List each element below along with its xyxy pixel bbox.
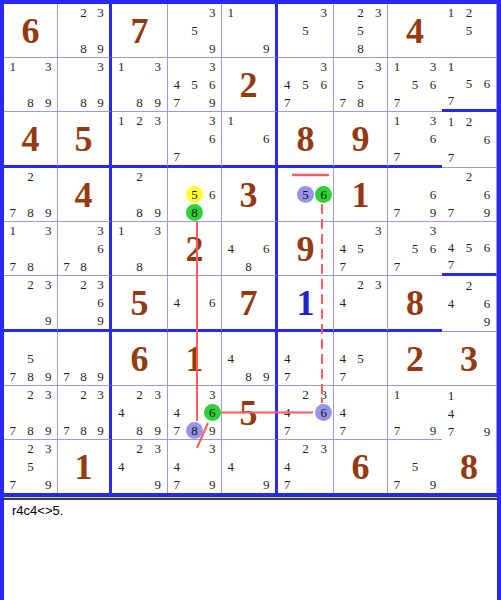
cell-r4c2[interactable]: 4 — [58, 168, 112, 222]
candidate-2-r4c3: 2 — [130, 168, 148, 186]
candidate-3-r8c4: 3 — [203, 386, 221, 404]
empty-slot-r9c8 — [388, 458, 406, 476]
empty-slot-r2c7 — [352, 58, 370, 76]
empty-slot-r5c1 — [22, 240, 40, 258]
cell-r7c5[interactable]: 489 — [222, 332, 278, 386]
cell-r3c1[interactable]: 4 — [4, 112, 58, 168]
candidate-7-r8c6: 7 — [278, 421, 296, 439]
cell-r4c4[interactable]: 568 — [168, 168, 222, 222]
empty-slot-r2c6 — [296, 58, 314, 76]
cell-r8c6[interactable]: 23467 — [278, 386, 334, 440]
cell-r8c9[interactable]: 1479 — [442, 386, 497, 440]
candidate-6-r4c4: 6 — [203, 186, 221, 204]
candidate-8-r8c2: 8 — [75, 421, 92, 439]
cell-r3c8[interactable]: 1367 — [388, 112, 442, 168]
cell-r5c7[interactable]: 3457 — [334, 222, 388, 276]
candidate-4-r7c6: 4 — [278, 350, 296, 368]
empty-slot-r8c7 — [334, 386, 352, 404]
candidate-4-r5c9: 4 — [442, 239, 460, 256]
solved-digit-r6c6: 1 — [297, 285, 315, 321]
cell-r7c8[interactable]: 2 — [388, 332, 442, 386]
cell-r7c6[interactable]: 47 — [278, 332, 334, 386]
cell-r3c9[interactable]: 1267 — [442, 112, 497, 168]
candidate-1-r8c9: 1 — [442, 386, 460, 404]
cell-r5c9[interactable]: 4567 — [442, 222, 497, 276]
cell-r6c4[interactable]: 46 — [168, 276, 222, 332]
empty-slot-r1c2 — [92, 22, 109, 40]
empty-slot-r1c6 — [315, 39, 333, 57]
given-digit-r6c8: 8 — [406, 285, 424, 321]
empty-slot-r4c4 — [168, 203, 186, 221]
candidate-3-r3c8: 3 — [424, 112, 442, 130]
empty-slot-r6c7 — [352, 311, 370, 329]
empty-slot-r5c9 — [478, 222, 496, 239]
cell-r1c3[interactable]: 7 — [112, 4, 168, 58]
empty-slot-r4c6 — [315, 203, 333, 221]
empty-slot-r8c6 — [296, 404, 314, 422]
empty-slot-r6c9 — [460, 313, 478, 331]
cell-r8c5[interactable]: 5 — [222, 386, 278, 440]
empty-slot-r1c6 — [278, 4, 296, 22]
candidate-2-r6c1: 2 — [22, 276, 40, 294]
candidate-9-r1c4: 9 — [203, 39, 221, 57]
cell-r8c3[interactable]: 23489 — [112, 386, 168, 440]
candidate-7-r8c7: 7 — [334, 421, 352, 439]
given-digit-r5c4: 2 — [186, 231, 204, 267]
candidate-8-r5c5: 8 — [240, 257, 258, 275]
candidate-7-r8c2: 7 — [58, 421, 75, 439]
empty-slot-r9c3 — [149, 458, 167, 476]
empty-slot-r8c6 — [278, 386, 296, 404]
empty-slot-r3c5 — [240, 112, 258, 130]
empty-slot-r5c5 — [222, 257, 240, 275]
candidate-8-r8c3: 8 — [130, 421, 148, 439]
cell-r1c6[interactable]: 35 — [278, 4, 334, 58]
cell-r9c1[interactable]: 23579 — [4, 440, 58, 493]
candidate-1-r5c3: 1 — [112, 222, 130, 240]
empty-slot-r3c8 — [388, 130, 406, 148]
empty-slot-r7c5 — [222, 332, 240, 350]
empty-slot-r1c9 — [460, 39, 478, 57]
cell-r9c2[interactable]: 1 — [58, 440, 112, 493]
candidate-3-r2c6: 3 — [315, 58, 333, 76]
candidate-7-r9c4: 7 — [168, 475, 186, 493]
candidate-9-r1c5: 9 — [257, 39, 275, 57]
cell-r5c6[interactable]: 9 — [278, 222, 334, 276]
empty-slot-r4c3 — [149, 186, 167, 204]
empty-slot-r9c4 — [186, 458, 204, 476]
cell-r1c7[interactable]: 2358 — [334, 4, 388, 58]
candidate-7-r7c6: 7 — [278, 367, 296, 385]
candidate-8-r7c2: 8 — [75, 367, 92, 385]
empty-slot-r3c9 — [478, 149, 496, 167]
cell-r1c2[interactable]: 2389 — [58, 4, 112, 58]
candidate-2-r4c1: 2 — [22, 168, 40, 186]
empty-slot-r1c6 — [296, 4, 314, 22]
candidate-2-r3c9: 2 — [460, 112, 478, 130]
cell-r9c4[interactable]: 3479 — [168, 440, 222, 493]
candidate-5-r9c8: 5 — [406, 458, 424, 476]
candidate-9-r2c1: 9 — [39, 93, 57, 111]
empty-slot-r3c3 — [112, 147, 130, 165]
cell-r3c6[interactable]: 8 — [278, 112, 334, 168]
cell-r8c4[interactable]: 346789 — [168, 386, 222, 440]
cell-r6c2[interactable]: 2369 — [58, 276, 112, 332]
candidate-6-r3c8: 6 — [424, 130, 442, 148]
cell-r7c3[interactable]: 6 — [112, 332, 168, 386]
cell-r2c1[interactable]: 1389 — [4, 58, 58, 112]
empty-slot-r5c7 — [352, 222, 370, 240]
empty-slot-r8c9 — [460, 422, 478, 440]
cell-r9c7[interactable]: 6 — [334, 440, 388, 493]
given-digit-r8c5: 5 — [240, 395, 258, 431]
candidate-9-r7c5: 9 — [257, 367, 275, 385]
empty-slot-r9c5 — [257, 440, 275, 458]
empty-slot-r1c5 — [222, 22, 240, 40]
cell-r6c5[interactable]: 7 — [222, 276, 278, 332]
cell-r8c1[interactable]: 23789 — [4, 386, 58, 440]
empty-slot-r7c5 — [222, 367, 240, 385]
empty-slot-r7c6 — [315, 332, 333, 350]
candidate-8-r4c1: 8 — [22, 203, 40, 221]
empty-slot-r5c7 — [334, 222, 352, 240]
empty-slot-r8c9 — [460, 404, 478, 422]
candidate-3-r9c6: 3 — [315, 440, 333, 458]
empty-slot-r1c6 — [296, 39, 314, 57]
cell-r1c5[interactable]: 19 — [222, 4, 278, 58]
given-digit-r2c5: 2 — [240, 67, 258, 103]
empty-slot-r2c8 — [424, 93, 442, 111]
empty-slot-r4c6 — [278, 186, 296, 204]
cell-r2c3[interactable]: 1389 — [112, 58, 168, 112]
candidate-8-r2c7: 8 — [352, 93, 370, 111]
cell-r2c6[interactable]: 34567 — [278, 58, 334, 112]
empty-slot-r3c5 — [257, 112, 275, 130]
empty-slot-r3c9 — [460, 149, 478, 167]
candidate-9-r6c1: 9 — [39, 311, 57, 329]
candidate-7-r5c8: 7 — [388, 257, 406, 275]
empty-slot-r8c7 — [352, 404, 370, 422]
empty-slot-r5c5 — [222, 222, 240, 240]
empty-slot-r8c9 — [478, 404, 496, 422]
empty-slot-r5c2 — [58, 222, 75, 240]
cell-r2c5[interactable]: 2 — [222, 58, 278, 112]
cell-r5c1[interactable]: 1378 — [4, 222, 58, 276]
candidate-6-r8c4-green: 6 — [204, 404, 221, 421]
cell-r9c9[interactable]: 8 — [442, 440, 497, 493]
cell-r4c7[interactable]: 1 — [334, 168, 388, 222]
cell-r8c2[interactable]: 23789 — [58, 386, 112, 440]
candidate-6-r2c8: 6 — [424, 76, 442, 94]
empty-slot-r2c8 — [388, 76, 406, 94]
empty-slot-r8c8 — [424, 386, 442, 404]
empty-slot-r2c7 — [369, 76, 387, 94]
cell-r4c6[interactable]: 56 — [278, 168, 334, 222]
cell-r5c2[interactable]: 3678 — [58, 222, 112, 276]
empty-slot-r8c4 — [186, 386, 204, 404]
candidate-9-r9c1: 9 — [39, 475, 57, 493]
given-digit-r3c1: 4 — [22, 121, 40, 157]
empty-slot-r5c9 — [442, 222, 460, 239]
candidate-7-r5c2: 7 — [58, 257, 75, 275]
empty-slot-r1c4 — [203, 22, 221, 40]
candidate-6-r6c9: 6 — [478, 294, 496, 312]
empty-slot-r9c3 — [112, 440, 130, 458]
empty-slot-r1c2 — [75, 22, 92, 40]
empty-slot-r8c2 — [75, 404, 92, 422]
empty-slot-r1c9 — [442, 39, 460, 57]
candidate-9-r4c9: 9 — [478, 203, 496, 221]
cell-r5c3[interactable]: 138 — [112, 222, 168, 276]
candidate-3-r5c1: 3 — [39, 222, 57, 240]
empty-slot-r3c8 — [406, 130, 424, 148]
empty-slot-r4c6 — [296, 203, 314, 221]
empty-slot-r4c6 — [315, 168, 333, 186]
empty-slot-r1c2 — [58, 39, 75, 57]
candidate-9-r7c2: 9 — [92, 367, 109, 385]
empty-slot-r6c7 — [334, 276, 352, 294]
cell-r5c5[interactable]: 468 — [222, 222, 278, 276]
empty-slot-r2c2 — [75, 76, 92, 94]
candidate-4-r5c5: 4 — [222, 240, 240, 258]
empty-slot-r3c4 — [186, 130, 204, 148]
cell-r4c5[interactable]: 3 — [222, 168, 278, 222]
empty-slot-r3c3 — [149, 147, 167, 165]
empty-slot-r7c5 — [257, 332, 275, 350]
empty-slot-r6c2 — [58, 294, 75, 312]
empty-slot-r6c2 — [58, 276, 75, 294]
empty-slot-r7c6 — [296, 350, 314, 368]
cell-r6c9[interactable]: 2469 — [442, 276, 497, 332]
cell-r5c4[interactable]: 2 — [168, 222, 222, 276]
empty-slot-r8c7 — [369, 421, 387, 439]
cell-r6c8[interactable]: 8 — [388, 276, 442, 332]
empty-slot-r4c9 — [442, 168, 460, 186]
empty-slot-r9c5 — [257, 458, 275, 476]
cell-r6c6[interactable]: 1 — [278, 276, 334, 332]
empty-slot-r6c2 — [58, 311, 75, 329]
candidate-5-r5c8: 5 — [406, 240, 424, 258]
candidate-3-r2c2: 3 — [92, 58, 109, 76]
cell-r6c7[interactable]: 234 — [334, 276, 388, 332]
empty-slot-r6c1 — [4, 311, 22, 329]
cell-r9c3[interactable]: 2349 — [112, 440, 168, 493]
candidate-4-r2c4: 4 — [168, 76, 186, 94]
candidate-4-r6c7: 4 — [334, 294, 352, 312]
cell-r8c7[interactable]: 47 — [334, 386, 388, 440]
empty-slot-r4c9 — [478, 168, 496, 186]
candidate-9-r8c1: 9 — [39, 421, 57, 439]
empty-slot-r9c4 — [168, 440, 186, 458]
empty-slot-r3c8 — [424, 147, 442, 165]
candidate-3-r9c4: 3 — [203, 440, 221, 458]
candidate-5-r2c7: 5 — [352, 76, 370, 94]
cell-r4c8[interactable]: 679 — [388, 168, 442, 222]
candidate-3-r1c6: 3 — [315, 4, 333, 22]
empty-slot-r4c4 — [186, 168, 204, 186]
empty-slot-r5c3 — [112, 240, 130, 258]
empty-slot-r5c3 — [149, 240, 167, 258]
candidate-7-r2c9: 7 — [442, 92, 460, 109]
given-digit-r4c2: 4 — [75, 177, 93, 213]
empty-slot-r6c9 — [442, 313, 460, 331]
empty-slot-r8c4 — [186, 404, 204, 422]
empty-slot-r4c1 — [39, 168, 57, 186]
empty-slot-r8c6 — [315, 421, 333, 439]
cell-r1c8[interactable]: 4 — [388, 4, 442, 58]
empty-slot-r1c6 — [315, 22, 333, 40]
empty-slot-r9c8 — [424, 440, 442, 458]
empty-slot-r4c3 — [112, 203, 130, 221]
empty-slot-r7c2 — [75, 332, 92, 350]
empty-slot-r7c1 — [39, 332, 57, 350]
cell-r2c2[interactable]: 389 — [58, 58, 112, 112]
candidate-2-r3c3: 2 — [130, 112, 148, 130]
empty-slot-r3c4 — [168, 130, 186, 148]
empty-slot-r9c5 — [240, 475, 258, 493]
candidate-8-r4c4-green: 8 — [186, 204, 203, 221]
cell-r7c2[interactable]: 789 — [58, 332, 112, 386]
cell-r6c3[interactable]: 5 — [112, 276, 168, 332]
cell-r3c2[interactable]: 5 — [58, 112, 112, 168]
empty-slot-r3c4 — [186, 147, 204, 165]
empty-slot-r8c2 — [92, 404, 109, 422]
cell-r7c4[interactable]: 1 — [168, 332, 222, 386]
empty-slot-r6c4 — [168, 276, 186, 294]
cell-r7c9[interactable]: 3 — [442, 332, 497, 386]
empty-slot-r4c8 — [406, 168, 424, 186]
cell-r6c1[interactable]: 239 — [4, 276, 58, 332]
cell-r3c7[interactable]: 9 — [334, 112, 388, 168]
empty-slot-r7c2 — [92, 350, 109, 368]
candidate-7-r5c9: 7 — [442, 256, 460, 273]
empty-slot-r8c8 — [406, 421, 424, 439]
empty-slot-r8c8 — [388, 404, 406, 422]
empty-slot-r8c9 — [460, 386, 478, 404]
candidate-3-r6c2: 3 — [92, 276, 109, 294]
candidate-1-r2c1: 1 — [4, 58, 22, 76]
candidate-5-r2c6: 5 — [296, 76, 314, 94]
empty-slot-r4c4 — [203, 203, 221, 221]
empty-slot-r9c6 — [296, 458, 314, 476]
cell-r9c5[interactable]: 49 — [222, 440, 278, 493]
empty-slot-r1c7 — [369, 22, 387, 40]
empty-slot-r5c5 — [257, 257, 275, 275]
empty-slot-r1c5 — [222, 39, 240, 57]
empty-slot-r6c4 — [203, 276, 221, 294]
cell-r1c1[interactable]: 6 — [4, 4, 58, 58]
cell-r1c4[interactable]: 359 — [168, 4, 222, 58]
empty-slot-r7c1 — [4, 350, 22, 368]
candidate-7-r4c8: 7 — [388, 203, 406, 221]
empty-slot-r7c5 — [240, 350, 258, 368]
empty-slot-r3c4 — [186, 112, 204, 130]
candidate-7-r9c1: 7 — [4, 475, 22, 493]
empty-slot-r8c7 — [369, 404, 387, 422]
cell-r3c5[interactable]: 16 — [222, 112, 278, 168]
empty-slot-r1c4 — [168, 22, 186, 40]
empty-slot-r2c3 — [130, 76, 148, 94]
candidate-3-r5c8: 3 — [424, 222, 442, 240]
empty-slot-r7c6 — [315, 367, 333, 385]
cell-r1c9[interactable]: 125 — [442, 4, 497, 58]
empty-slot-r5c5 — [240, 240, 258, 258]
empty-slot-r5c9 — [460, 222, 478, 239]
empty-slot-r2c9 — [460, 58, 478, 75]
candidate-3-r6c7: 3 — [369, 276, 387, 294]
empty-slot-r5c3 — [149, 257, 167, 275]
given-digit-r7c4: 1 — [186, 341, 204, 377]
empty-slot-r1c4 — [186, 4, 204, 22]
cell-r8c8[interactable]: 179 — [388, 386, 442, 440]
candidate-8-r2c1: 8 — [22, 93, 40, 111]
empty-slot-r3c3 — [149, 130, 167, 148]
candidate-3-r2c3: 3 — [149, 58, 167, 76]
cell-r7c7[interactable]: 457 — [334, 332, 388, 386]
empty-slot-r5c3 — [112, 257, 130, 275]
empty-slot-r6c2 — [75, 294, 92, 312]
empty-slot-r1c5 — [257, 22, 275, 40]
candidate-5-r1c4: 5 — [186, 22, 204, 40]
candidate-3-r2c7: 3 — [369, 58, 387, 76]
empty-slot-r9c8 — [424, 458, 442, 476]
candidate-9-r2c4: 9 — [203, 93, 221, 111]
empty-slot-r8c7 — [369, 386, 387, 404]
cell-r4c3[interactable]: 289 — [112, 168, 168, 222]
empty-slot-r6c1 — [4, 276, 22, 294]
candidate-1-r1c5: 1 — [222, 4, 240, 22]
candidate-1-r3c8: 1 — [388, 112, 406, 130]
cell-r3c4[interactable]: 367 — [168, 112, 222, 168]
empty-slot-r9c3 — [112, 475, 130, 493]
cell-r5c8[interactable]: 3567 — [388, 222, 442, 276]
cell-r2c9[interactable]: 1567 — [442, 58, 497, 112]
cell-r4c9[interactable]: 2679 — [442, 168, 497, 222]
cell-r3c3[interactable]: 123 — [112, 112, 168, 168]
empty-slot-r7c1 — [4, 332, 22, 350]
cell-r9c8[interactable]: 579 — [388, 440, 442, 493]
candidate-4-r7c7: 4 — [334, 350, 352, 368]
empty-slot-r9c5 — [240, 458, 258, 476]
empty-slot-r6c4 — [203, 311, 221, 329]
sudoku-board: 6238973591935235841251389389138934567923… — [4, 4, 497, 497]
candidate-7-r8c1: 7 — [4, 421, 22, 439]
candidate-8-r2c2: 8 — [75, 93, 92, 111]
empty-slot-r3c3 — [130, 147, 148, 165]
candidate-5-r1c7: 5 — [352, 22, 370, 40]
empty-slot-r7c2 — [58, 332, 75, 350]
candidate-6-r6c2: 6 — [92, 294, 109, 312]
empty-slot-r4c6 — [296, 168, 314, 186]
given-digit-r5c6: 9 — [297, 231, 315, 267]
empty-slot-r9c1 — [39, 458, 57, 476]
cell-r2c8[interactable]: 13567 — [388, 58, 442, 112]
empty-slot-r5c2 — [75, 240, 92, 258]
candidate-4-r8c3: 4 — [112, 404, 130, 422]
empty-slot-r9c1 — [4, 458, 22, 476]
empty-slot-r5c8 — [388, 240, 406, 258]
candidate-1-r1c9: 1 — [442, 4, 460, 22]
cell-r9c6[interactable]: 2347 — [278, 440, 334, 493]
empty-slot-r3c9 — [460, 130, 478, 148]
cell-r2c7[interactable]: 3578 — [334, 58, 388, 112]
cell-r2c4[interactable]: 345679 — [168, 58, 222, 112]
empty-slot-r1c5 — [240, 22, 258, 40]
candidate-6-r2c9: 6 — [478, 75, 496, 92]
cell-r4c1[interactable]: 2789 — [4, 168, 58, 222]
candidate-6-r8c6-purple: 6 — [315, 404, 332, 421]
cell-r7c1[interactable]: 5789 — [4, 332, 58, 386]
